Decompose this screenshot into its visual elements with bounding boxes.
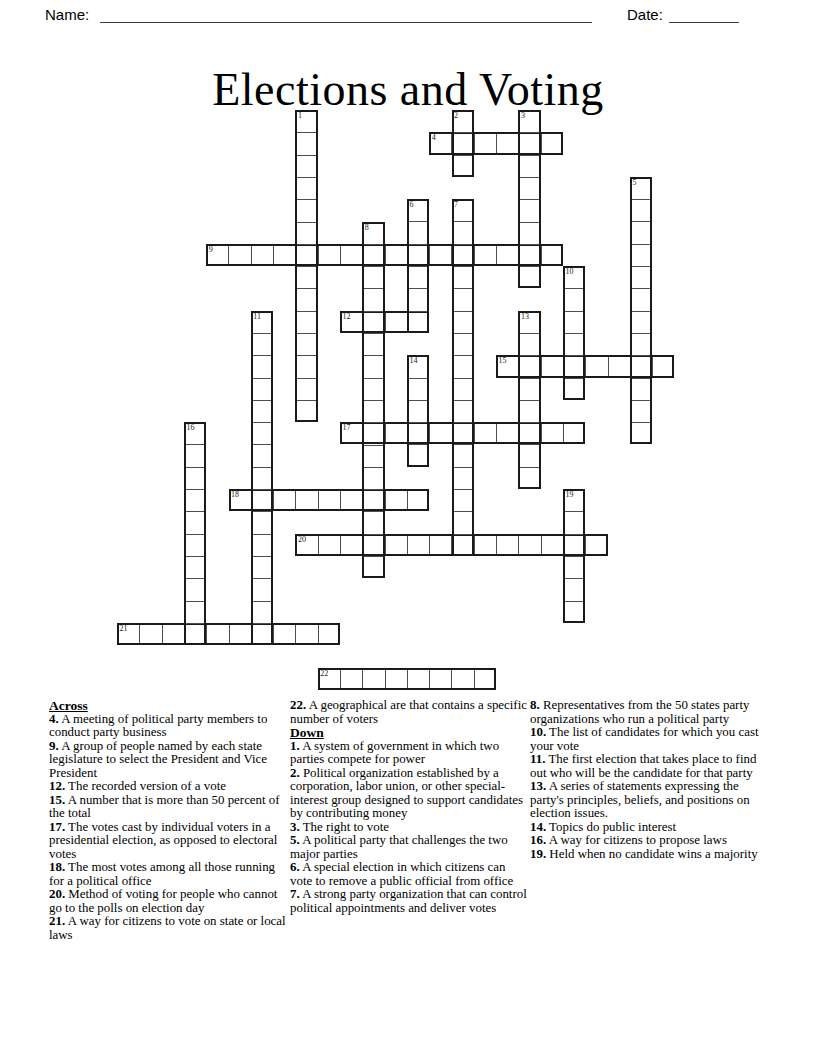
cell-separator bbox=[297, 132, 315, 133]
cell-separator bbox=[253, 556, 271, 557]
cell-separator bbox=[474, 134, 475, 152]
word-14-down bbox=[407, 355, 429, 467]
cell-separator bbox=[585, 357, 586, 375]
cell-separator bbox=[253, 489, 271, 490]
cell-number-16: 16 bbox=[186, 424, 194, 432]
cell-separator bbox=[496, 536, 497, 554]
clue-9-across: 9. A group of people named by each state… bbox=[49, 740, 287, 781]
cell-separator bbox=[364, 266, 382, 267]
cell-separator bbox=[565, 601, 583, 602]
cell-number-13: 13 bbox=[521, 313, 529, 321]
cell-separator bbox=[253, 578, 271, 579]
cell-separator bbox=[608, 357, 609, 375]
cell-separator bbox=[364, 311, 382, 312]
cell-separator bbox=[632, 199, 650, 200]
cell-separator bbox=[429, 536, 430, 554]
clues-col-1: Across4. A meeting of political party me… bbox=[49, 699, 287, 942]
clue-5-down: 5. A political party that challenges the… bbox=[290, 834, 528, 861]
cell-separator bbox=[474, 536, 475, 554]
word-5-down bbox=[630, 177, 652, 445]
cell-separator bbox=[409, 422, 427, 423]
clue-7-down: 7. A strong party organization that can … bbox=[290, 888, 528, 915]
cell-separator bbox=[364, 511, 382, 512]
cell-separator bbox=[520, 177, 538, 178]
cell-separator bbox=[454, 311, 472, 312]
cell-separator bbox=[364, 355, 382, 356]
cell-separator bbox=[454, 467, 472, 468]
clue-18-across: 18. The most votes among all those runni… bbox=[49, 861, 287, 888]
word-11-down bbox=[251, 311, 273, 646]
cell-separator bbox=[451, 670, 452, 688]
cell-number-21: 21 bbox=[120, 625, 128, 633]
cell-number-1: 1 bbox=[298, 112, 302, 120]
cell-separator bbox=[318, 246, 319, 264]
clue-19-down: 19. Held when no candidate wins a majori… bbox=[530, 848, 768, 862]
cell-separator bbox=[139, 625, 140, 643]
clue-15-across: 15. A number that is more than 50 percen… bbox=[49, 794, 287, 821]
cell-separator bbox=[186, 511, 204, 512]
cell-number-10: 10 bbox=[566, 268, 574, 276]
clue-14-down: 14. Topics do public interest bbox=[530, 821, 768, 835]
cell-separator bbox=[385, 424, 386, 442]
cell-separator bbox=[364, 422, 382, 423]
cell-number-17: 17 bbox=[343, 424, 351, 432]
cell-separator bbox=[541, 134, 542, 152]
cell-separator bbox=[340, 536, 341, 554]
clue-1-down: 1. A system of government in which two p… bbox=[290, 740, 528, 767]
word-8-down bbox=[362, 222, 384, 579]
cell-separator bbox=[186, 601, 204, 602]
cell-separator bbox=[364, 244, 382, 245]
cell-separator bbox=[409, 311, 427, 312]
cell-separator bbox=[251, 246, 252, 264]
cell-separator bbox=[253, 623, 271, 624]
cell-separator bbox=[340, 670, 341, 688]
page-title: Elections and Voting bbox=[0, 63, 816, 116]
cell-separator bbox=[454, 355, 472, 356]
cell-separator bbox=[454, 400, 472, 401]
cell-separator bbox=[565, 578, 583, 579]
cell-separator bbox=[364, 489, 382, 490]
cell-separator bbox=[632, 266, 650, 267]
cell-separator bbox=[429, 424, 430, 442]
cell-separator bbox=[253, 378, 271, 379]
cell-separator bbox=[520, 244, 538, 245]
cell-number-19: 19 bbox=[566, 491, 574, 499]
cell-number-9: 9 bbox=[209, 246, 213, 254]
cell-separator bbox=[454, 511, 472, 512]
cell-separator bbox=[297, 378, 315, 379]
cell-separator bbox=[632, 311, 650, 312]
word-4-across bbox=[429, 132, 563, 154]
cell-separator bbox=[340, 491, 341, 509]
word-10-down bbox=[563, 266, 585, 400]
cell-number-22: 22 bbox=[320, 670, 328, 678]
cell-separator bbox=[409, 378, 427, 379]
cell-separator bbox=[454, 155, 472, 156]
cell-separator bbox=[520, 400, 538, 401]
cell-separator bbox=[652, 357, 653, 375]
cell-separator bbox=[520, 355, 538, 356]
cell-separator bbox=[297, 177, 315, 178]
cell-separator bbox=[253, 444, 271, 445]
cell-separator bbox=[585, 536, 586, 554]
clue-22-across: 22. A geographical are that contains a s… bbox=[290, 699, 528, 726]
cell-separator bbox=[295, 625, 296, 643]
cell-separator bbox=[253, 333, 271, 334]
cell-number-15: 15 bbox=[499, 357, 507, 365]
cell-separator bbox=[454, 333, 472, 334]
name-line[interactable] bbox=[100, 22, 592, 23]
cell-separator bbox=[253, 511, 271, 512]
cell-separator bbox=[364, 556, 382, 557]
cell-separator bbox=[454, 244, 472, 245]
cell-separator bbox=[229, 625, 230, 643]
cell-separator bbox=[454, 444, 472, 445]
cell-separator bbox=[364, 333, 382, 334]
down-header: Down bbox=[290, 726, 528, 740]
clue-2-down: 2. Political organization established by… bbox=[290, 767, 528, 821]
cell-separator bbox=[632, 400, 650, 401]
cell-separator bbox=[385, 491, 386, 509]
cell-separator bbox=[186, 444, 204, 445]
cell-number-4: 4 bbox=[432, 134, 436, 142]
cell-separator bbox=[253, 534, 271, 535]
clue-8-down: 8. Representatives from the 50 states pa… bbox=[530, 699, 768, 726]
cell-separator bbox=[565, 311, 583, 312]
cell-separator bbox=[541, 357, 542, 375]
cell-separator bbox=[186, 623, 204, 624]
word-6-down bbox=[407, 199, 429, 333]
cell-separator bbox=[520, 199, 538, 200]
cell-separator bbox=[565, 511, 583, 512]
cell-separator bbox=[186, 556, 204, 557]
clue-12-across: 12. The recorded version of a vote bbox=[49, 780, 287, 794]
word-16-down bbox=[184, 422, 206, 645]
cell-separator bbox=[318, 536, 319, 554]
clue-11-down: 11. The first election that takes place … bbox=[530, 753, 768, 780]
cell-separator bbox=[632, 244, 650, 245]
cell-separator bbox=[385, 536, 386, 554]
cell-separator bbox=[496, 424, 497, 442]
cell-number-14: 14 bbox=[409, 357, 417, 365]
cell-separator bbox=[228, 246, 229, 264]
cell-separator bbox=[541, 424, 542, 442]
cell-separator bbox=[454, 422, 472, 423]
cell-separator bbox=[409, 221, 427, 222]
cell-separator bbox=[454, 534, 472, 535]
clue-21-across: 21. A way for citizens to vote on state … bbox=[49, 915, 287, 942]
cell-separator bbox=[520, 444, 538, 445]
cell-separator bbox=[520, 467, 538, 468]
clue-3-down: 3. The right to vote bbox=[290, 821, 528, 835]
cell-separator bbox=[518, 536, 519, 554]
cell-separator bbox=[496, 134, 497, 152]
clues-col-3: 8. Representatives from the 50 states pa… bbox=[530, 699, 768, 861]
crossword-grid: 49121517182021221235678101113141619 bbox=[117, 110, 675, 690]
cell-separator bbox=[297, 355, 315, 356]
worksheet-page: { "page": {"width": 816, "height": 1056,… bbox=[0, 0, 816, 1056]
cell-separator bbox=[253, 422, 271, 423]
cell-separator bbox=[632, 221, 650, 222]
cell-separator bbox=[454, 132, 472, 133]
cell-separator bbox=[297, 400, 315, 401]
date-line[interactable] bbox=[669, 22, 739, 23]
cell-separator bbox=[563, 424, 564, 442]
cell-separator bbox=[541, 246, 542, 264]
cell-separator bbox=[565, 534, 583, 535]
word-3-down bbox=[518, 110, 540, 288]
cell-separator bbox=[364, 467, 382, 468]
cell-separator bbox=[632, 355, 650, 356]
cell-separator bbox=[340, 246, 341, 264]
cell-number-20: 20 bbox=[298, 536, 306, 544]
cell-separator bbox=[520, 422, 538, 423]
cell-separator bbox=[454, 489, 472, 490]
cell-separator bbox=[253, 400, 271, 401]
cell-separator bbox=[632, 422, 650, 423]
cell-separator bbox=[297, 333, 315, 334]
cell-separator bbox=[206, 625, 207, 643]
cell-separator bbox=[454, 378, 472, 379]
cell-separator bbox=[186, 534, 204, 535]
cell-separator bbox=[474, 246, 475, 264]
cell-separator bbox=[364, 534, 382, 535]
cell-separator bbox=[364, 288, 382, 289]
cell-separator bbox=[385, 313, 386, 331]
clue-20-across: 20. Method of voting for people who cann… bbox=[49, 888, 287, 915]
cell-separator bbox=[162, 625, 163, 643]
cell-separator bbox=[496, 246, 497, 264]
across-header: Across bbox=[49, 699, 287, 713]
cell-separator bbox=[385, 246, 386, 264]
cell-number-6: 6 bbox=[409, 201, 413, 209]
cell-separator bbox=[297, 311, 315, 312]
cell-separator bbox=[429, 670, 430, 688]
word-19-down bbox=[563, 489, 585, 623]
clue-10-down: 10. The list of candidates for which you… bbox=[530, 726, 768, 753]
cell-number-11: 11 bbox=[253, 313, 261, 321]
cell-separator bbox=[273, 625, 274, 643]
cell-number-12: 12 bbox=[343, 313, 351, 321]
word-7-down bbox=[452, 199, 474, 556]
cell-number-18: 18 bbox=[231, 491, 239, 499]
cell-separator bbox=[454, 221, 472, 222]
cell-separator bbox=[409, 266, 427, 267]
cell-separator bbox=[186, 467, 204, 468]
cell-separator bbox=[520, 222, 538, 223]
cell-separator bbox=[520, 155, 538, 156]
cell-number-8: 8 bbox=[365, 224, 369, 232]
cell-number-2: 2 bbox=[454, 112, 458, 120]
cell-separator bbox=[632, 333, 650, 334]
cell-separator bbox=[253, 355, 271, 356]
cell-separator bbox=[253, 467, 271, 468]
cell-separator bbox=[385, 670, 386, 688]
cell-separator bbox=[409, 400, 427, 401]
cell-separator bbox=[565, 288, 583, 289]
word-2-down bbox=[452, 110, 474, 177]
clues-col-2: 22. A geographical are that contains a s… bbox=[290, 699, 528, 915]
cell-number-3: 3 bbox=[521, 112, 525, 120]
cell-separator bbox=[364, 378, 382, 379]
cell-separator bbox=[253, 601, 271, 602]
cell-separator bbox=[364, 400, 382, 401]
cell-number-7: 7 bbox=[454, 201, 458, 209]
cell-separator bbox=[409, 444, 427, 445]
cell-separator bbox=[565, 355, 583, 356]
name-label: Name: bbox=[45, 6, 89, 23]
cell-separator bbox=[297, 222, 315, 223]
cell-separator bbox=[297, 266, 315, 267]
cell-separator bbox=[297, 155, 315, 156]
cell-separator bbox=[409, 288, 427, 289]
cell-separator bbox=[632, 378, 650, 379]
word-13-down bbox=[518, 311, 540, 489]
clue-6-down: 6. A special election in which citizens … bbox=[290, 861, 528, 888]
cell-separator bbox=[520, 132, 538, 133]
cell-separator bbox=[364, 445, 382, 446]
cell-number-5: 5 bbox=[632, 179, 636, 187]
word-21-across bbox=[117, 623, 340, 645]
date-label: Date: bbox=[627, 6, 663, 23]
cell-separator bbox=[407, 670, 408, 688]
word-22-across bbox=[318, 668, 496, 690]
cell-separator bbox=[273, 491, 274, 509]
cell-separator bbox=[520, 266, 538, 267]
cell-separator bbox=[541, 536, 542, 554]
cell-separator bbox=[565, 378, 583, 379]
clue-16-down: 16. A way for citizens to propose laws bbox=[530, 834, 768, 848]
cell-separator bbox=[474, 670, 475, 688]
cell-separator bbox=[565, 333, 583, 334]
clue-13-down: 13. A series of statements expressing th… bbox=[530, 780, 768, 821]
cell-separator bbox=[297, 288, 315, 289]
cell-separator bbox=[318, 625, 319, 643]
cell-separator bbox=[474, 424, 475, 442]
cell-separator bbox=[407, 536, 408, 554]
cell-separator bbox=[454, 288, 472, 289]
cell-separator bbox=[297, 244, 315, 245]
cell-separator bbox=[186, 489, 204, 490]
cell-separator bbox=[409, 244, 427, 245]
cell-separator bbox=[520, 333, 538, 334]
clue-4-across: 4. A meeting of political party members … bbox=[49, 713, 287, 740]
cell-separator bbox=[407, 491, 408, 509]
cell-separator bbox=[297, 199, 315, 200]
cell-separator bbox=[632, 288, 650, 289]
cell-separator bbox=[362, 670, 363, 688]
cell-separator bbox=[454, 266, 472, 267]
clue-17-across: 17. The votes cast by individual voters … bbox=[49, 821, 287, 862]
cell-separator bbox=[186, 578, 204, 579]
cell-separator bbox=[318, 491, 319, 509]
cell-separator bbox=[565, 556, 583, 557]
cell-separator bbox=[429, 246, 430, 264]
cell-separator bbox=[295, 491, 296, 509]
word-1-down bbox=[295, 110, 317, 422]
cell-separator bbox=[520, 378, 538, 379]
cell-separator bbox=[273, 246, 274, 264]
